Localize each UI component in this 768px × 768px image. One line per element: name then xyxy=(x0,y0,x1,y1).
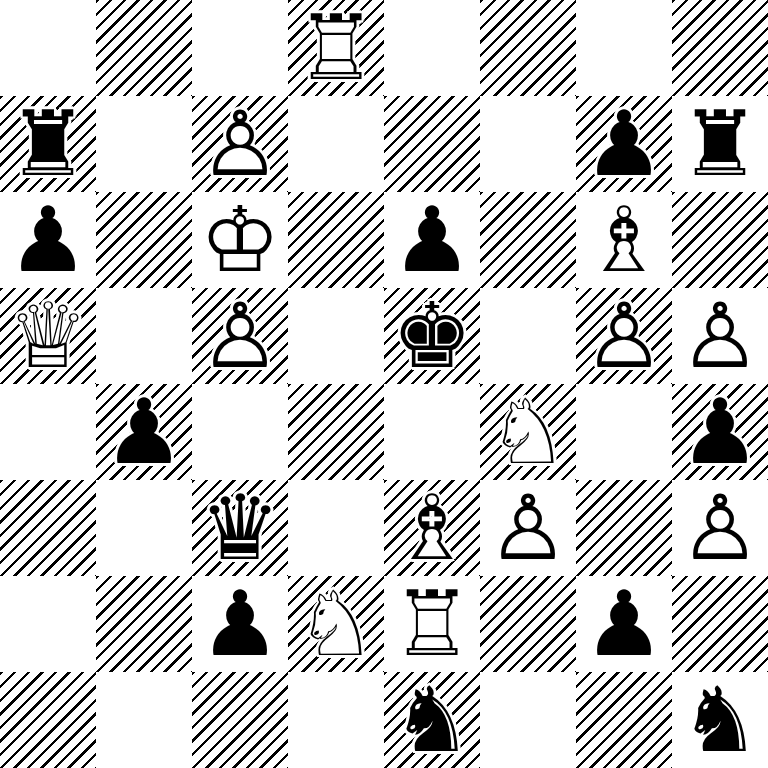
square-c1[interactable] xyxy=(192,672,288,768)
square-b1[interactable] xyxy=(96,672,192,768)
piece-white-knight[interactable]: ♞♘ xyxy=(480,384,576,480)
piece-white-pawn[interactable]: ♟♙ xyxy=(672,288,768,384)
piece-face-glyph: ♟ xyxy=(576,576,672,672)
square-a4[interactable] xyxy=(0,384,96,480)
square-f1[interactable] xyxy=(480,672,576,768)
chess-board: ♜♖♜♜♟♙♟♟♜♜♟♟♚♔♟♟♝♗♛♕♟♙♚♚♟♙♟♙♟♟♞♘♟♟♛♛♝♗♟♙… xyxy=(0,0,768,768)
square-e3[interactable]: ♝♗ xyxy=(384,480,480,576)
square-f6[interactable] xyxy=(480,192,576,288)
square-c5[interactable]: ♟♙ xyxy=(192,288,288,384)
square-a8[interactable] xyxy=(0,0,96,96)
piece-white-queen[interactable]: ♛♕ xyxy=(0,288,96,384)
piece-black-knight[interactable]: ♞♞ xyxy=(384,672,480,768)
piece-black-pawn[interactable]: ♟♟ xyxy=(192,576,288,672)
square-e8[interactable] xyxy=(384,0,480,96)
square-d5[interactable] xyxy=(288,288,384,384)
square-d3[interactable] xyxy=(288,480,384,576)
piece-black-pawn[interactable]: ♟♟ xyxy=(576,96,672,192)
piece-white-king[interactable]: ♚♔ xyxy=(192,192,288,288)
piece-face-glyph: ♞ xyxy=(384,672,480,768)
square-h1[interactable]: ♞♞ xyxy=(672,672,768,768)
square-g1[interactable] xyxy=(576,672,672,768)
piece-white-bishop[interactable]: ♝♗ xyxy=(384,480,480,576)
square-f3[interactable]: ♟♙ xyxy=(480,480,576,576)
piece-white-pawn[interactable]: ♟♙ xyxy=(192,96,288,192)
square-a7[interactable]: ♜♜ xyxy=(0,96,96,192)
piece-black-queen[interactable]: ♛♛ xyxy=(192,480,288,576)
piece-face-glyph: ♛ xyxy=(192,480,288,576)
square-a5[interactable]: ♛♕ xyxy=(0,288,96,384)
square-b2[interactable] xyxy=(96,576,192,672)
piece-white-pawn[interactable]: ♟♙ xyxy=(672,480,768,576)
piece-face-glyph: ♞ xyxy=(672,672,768,768)
piece-black-rook[interactable]: ♜♜ xyxy=(0,96,96,192)
square-f5[interactable] xyxy=(480,288,576,384)
square-e2[interactable]: ♜♖ xyxy=(384,576,480,672)
piece-face-glyph: ♙ xyxy=(576,288,672,384)
piece-face-glyph: ♜ xyxy=(0,96,96,192)
square-h6[interactable] xyxy=(672,192,768,288)
square-c3[interactable]: ♛♛ xyxy=(192,480,288,576)
square-g8[interactable] xyxy=(576,0,672,96)
square-e6[interactable]: ♟♟ xyxy=(384,192,480,288)
square-c8[interactable] xyxy=(192,0,288,96)
square-d8[interactable]: ♜♖ xyxy=(288,0,384,96)
piece-face-glyph: ♘ xyxy=(288,576,384,672)
square-d1[interactable] xyxy=(288,672,384,768)
piece-face-glyph: ♟ xyxy=(384,192,480,288)
square-e5[interactable]: ♚♚ xyxy=(384,288,480,384)
square-b4[interactable]: ♟♟ xyxy=(96,384,192,480)
piece-white-pawn[interactable]: ♟♙ xyxy=(192,288,288,384)
piece-face-glyph: ♖ xyxy=(288,0,384,96)
square-a2[interactable] xyxy=(0,576,96,672)
square-c6[interactable]: ♚♔ xyxy=(192,192,288,288)
piece-black-pawn[interactable]: ♟♟ xyxy=(672,384,768,480)
piece-face-glyph: ♙ xyxy=(672,288,768,384)
piece-black-knight[interactable]: ♞♞ xyxy=(672,672,768,768)
piece-white-bishop[interactable]: ♝♗ xyxy=(576,192,672,288)
square-g7[interactable]: ♟♟ xyxy=(576,96,672,192)
piece-black-pawn[interactable]: ♟♟ xyxy=(0,192,96,288)
piece-face-glyph: ♙ xyxy=(672,480,768,576)
square-a6[interactable]: ♟♟ xyxy=(0,192,96,288)
square-g2[interactable]: ♟♟ xyxy=(576,576,672,672)
piece-black-pawn[interactable]: ♟♟ xyxy=(576,576,672,672)
square-c7[interactable]: ♟♙ xyxy=(192,96,288,192)
piece-face-glyph: ♟ xyxy=(96,384,192,480)
square-h5[interactable]: ♟♙ xyxy=(672,288,768,384)
square-d6[interactable] xyxy=(288,192,384,288)
square-b7[interactable] xyxy=(96,96,192,192)
square-g4[interactable] xyxy=(576,384,672,480)
piece-face-glyph: ♟ xyxy=(0,192,96,288)
square-a3[interactable] xyxy=(0,480,96,576)
piece-face-glyph: ♟ xyxy=(192,576,288,672)
piece-white-rook[interactable]: ♜♖ xyxy=(288,0,384,96)
square-e1[interactable]: ♞♞ xyxy=(384,672,480,768)
square-h2[interactable] xyxy=(672,576,768,672)
piece-face-glyph: ♟ xyxy=(672,384,768,480)
square-h4[interactable]: ♟♟ xyxy=(672,384,768,480)
piece-face-glyph: ♖ xyxy=(384,576,480,672)
square-b3[interactable] xyxy=(96,480,192,576)
square-g5[interactable]: ♟♙ xyxy=(576,288,672,384)
piece-face-glyph: ♔ xyxy=(192,192,288,288)
square-f7[interactable] xyxy=(480,96,576,192)
square-d7[interactable] xyxy=(288,96,384,192)
piece-white-rook[interactable]: ♜♖ xyxy=(384,576,480,672)
square-f4[interactable]: ♞♘ xyxy=(480,384,576,480)
piece-face-glyph: ♟ xyxy=(576,96,672,192)
piece-black-pawn[interactable]: ♟♟ xyxy=(96,384,192,480)
square-d2[interactable]: ♞♘ xyxy=(288,576,384,672)
piece-face-glyph: ♙ xyxy=(480,480,576,576)
piece-white-pawn[interactable]: ♟♙ xyxy=(576,288,672,384)
square-c2[interactable]: ♟♟ xyxy=(192,576,288,672)
square-f8[interactable] xyxy=(480,0,576,96)
piece-face-glyph: ♙ xyxy=(192,288,288,384)
piece-face-glyph: ♚ xyxy=(384,288,480,384)
square-h7[interactable]: ♜♜ xyxy=(672,96,768,192)
square-e4[interactable] xyxy=(384,384,480,480)
square-b5[interactable] xyxy=(96,288,192,384)
piece-face-glyph: ♗ xyxy=(384,480,480,576)
square-h3[interactable]: ♟♙ xyxy=(672,480,768,576)
piece-face-glyph: ♜ xyxy=(672,96,768,192)
square-g6[interactable]: ♝♗ xyxy=(576,192,672,288)
piece-white-pawn[interactable]: ♟♙ xyxy=(480,480,576,576)
square-g3[interactable] xyxy=(576,480,672,576)
piece-face-glyph: ♘ xyxy=(480,384,576,480)
piece-black-king[interactable]: ♚♚ xyxy=(384,288,480,384)
square-b8[interactable] xyxy=(96,0,192,96)
square-b6[interactable] xyxy=(96,192,192,288)
square-f2[interactable] xyxy=(480,576,576,672)
piece-white-knight[interactable]: ♞♘ xyxy=(288,576,384,672)
square-c4[interactable] xyxy=(192,384,288,480)
square-a1[interactable] xyxy=(0,672,96,768)
piece-face-glyph: ♗ xyxy=(576,192,672,288)
piece-face-glyph: ♙ xyxy=(192,96,288,192)
piece-black-pawn[interactable]: ♟♟ xyxy=(384,192,480,288)
square-d4[interactable] xyxy=(288,384,384,480)
piece-black-rook[interactable]: ♜♜ xyxy=(672,96,768,192)
square-e7[interactable] xyxy=(384,96,480,192)
piece-face-glyph: ♕ xyxy=(0,288,96,384)
square-h8[interactable] xyxy=(672,0,768,96)
